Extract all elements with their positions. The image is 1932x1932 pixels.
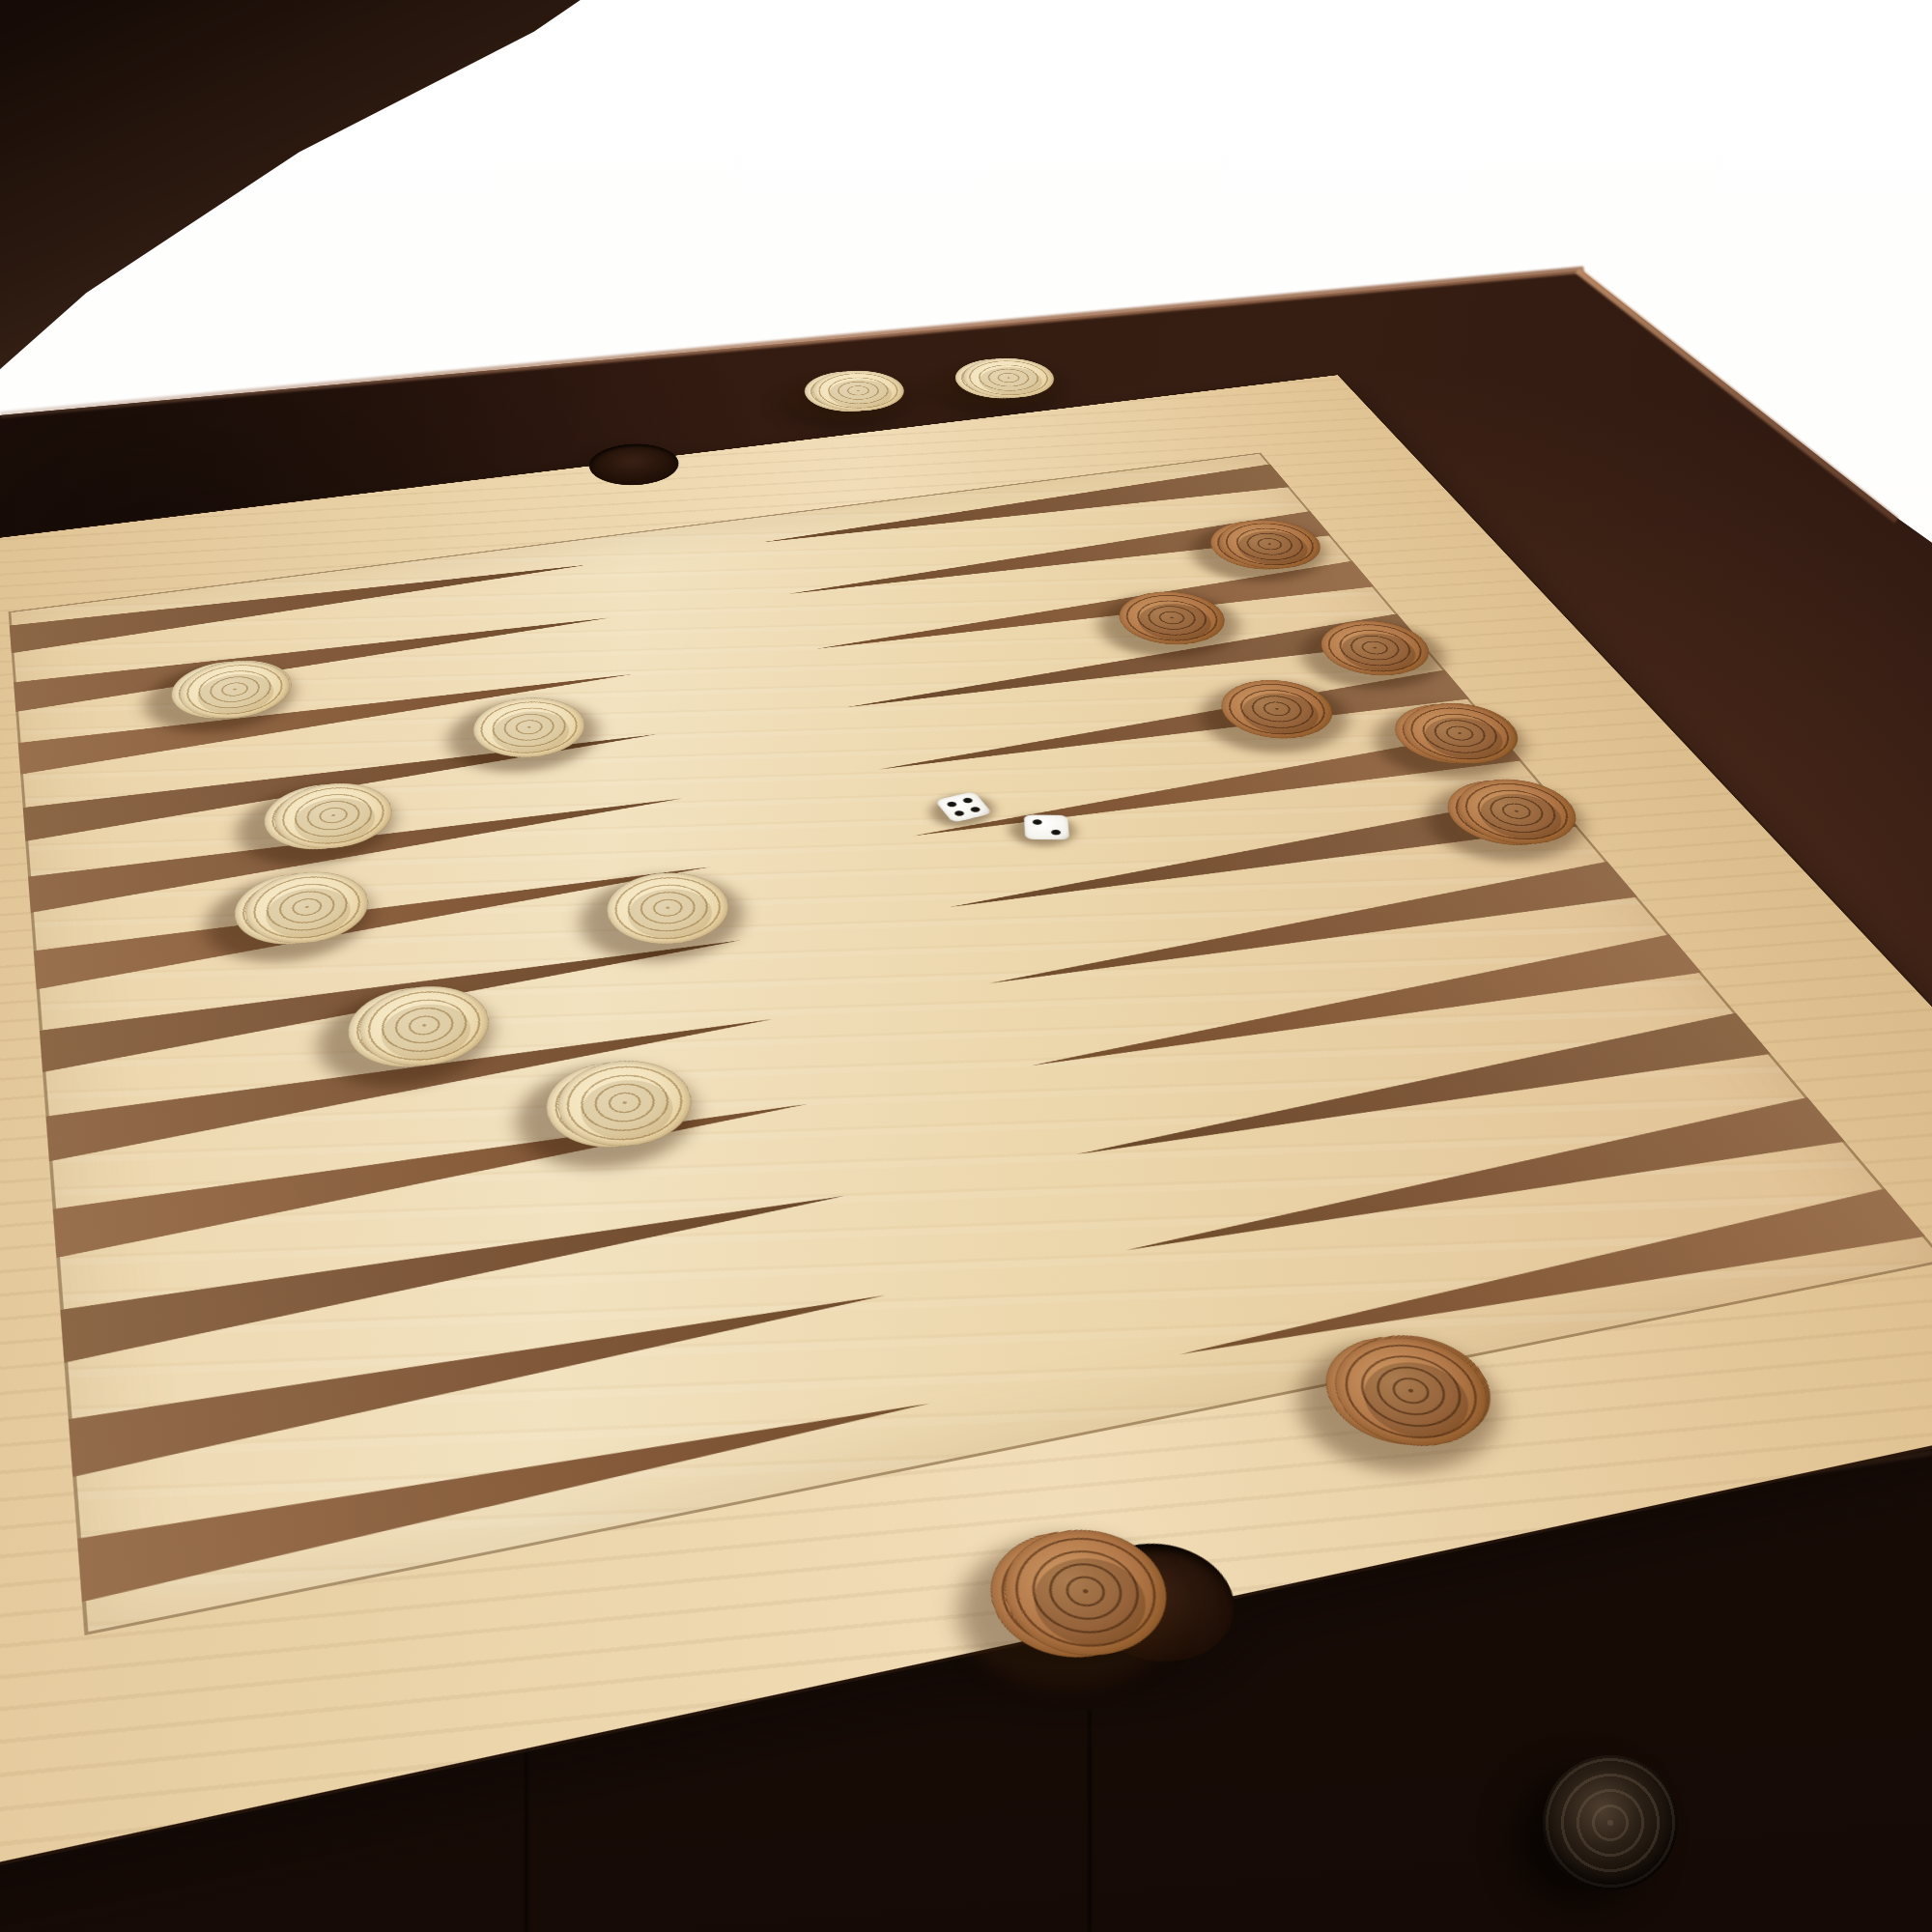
die-top-face xyxy=(1023,814,1069,839)
die-2[interactable] xyxy=(1023,814,1069,839)
drawer-seam xyxy=(1088,1710,1092,1932)
drawer-knob[interactable] xyxy=(1543,1755,1678,1890)
checker-stack-brown-B5[interactable]: ●●● xyxy=(1384,699,1534,773)
checker-stack-brown-B3[interactable]: ● xyxy=(1311,616,1452,683)
die-pip xyxy=(1050,830,1060,836)
die-pip xyxy=(1032,819,1041,825)
die-pip xyxy=(969,806,981,812)
die-pip xyxy=(952,810,965,816)
checker-stack-brown-B6[interactable]: ●● xyxy=(1436,775,1594,854)
product-photo-scene: ●●●●●●●●●●●●●●●●●●●●●●●●●●●●●●●●● xyxy=(0,0,1932,1932)
die-pip xyxy=(961,797,974,804)
die-pip xyxy=(946,801,958,808)
